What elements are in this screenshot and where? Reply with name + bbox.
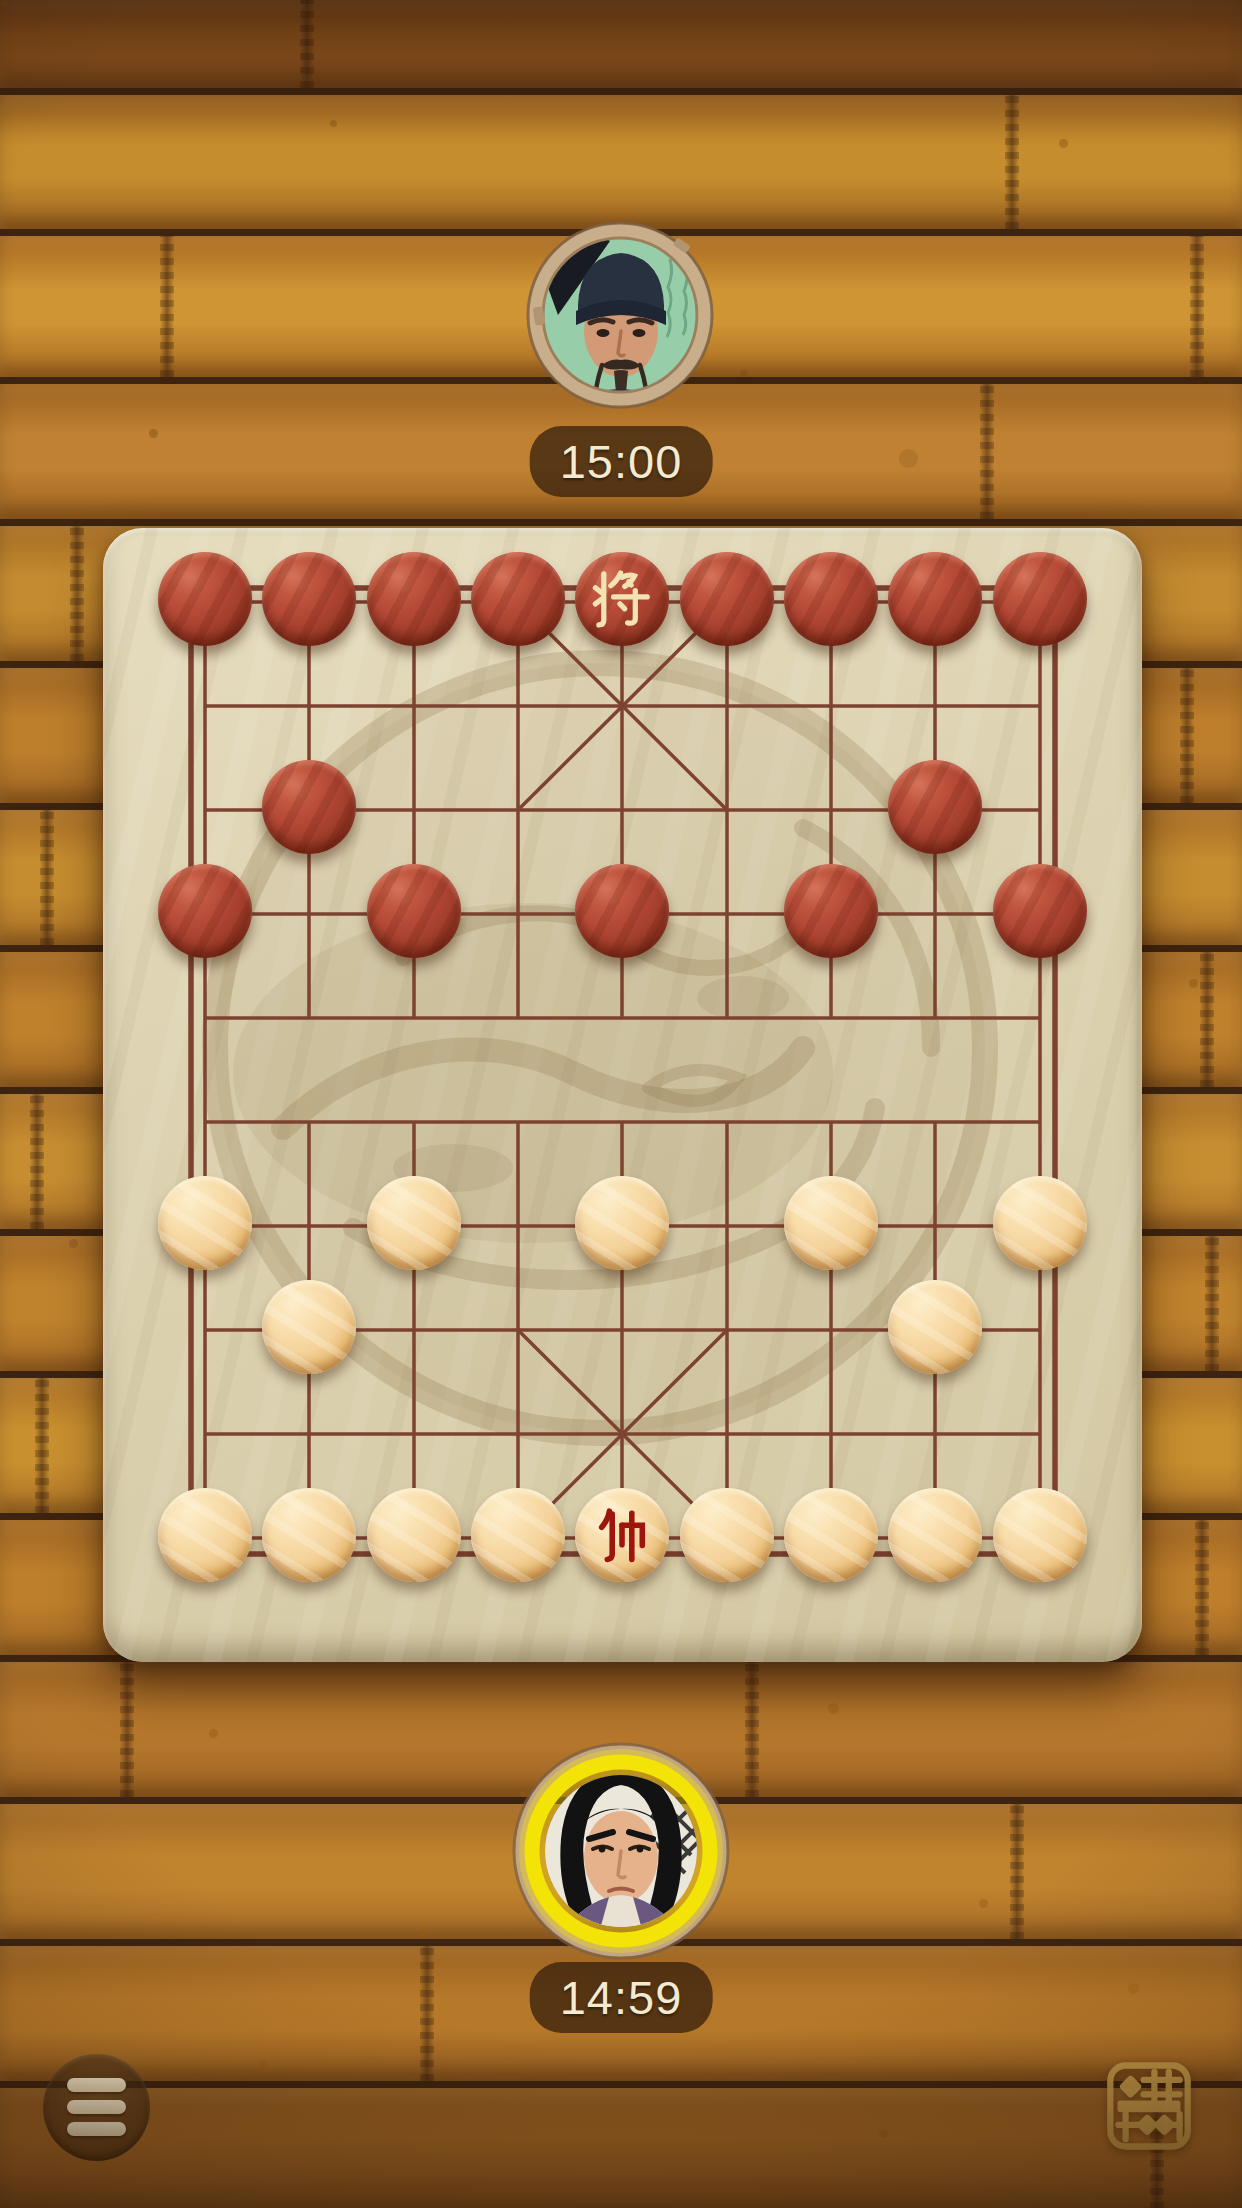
hidden-piece-red[interactable] xyxy=(158,1488,252,1582)
hidden-piece-red[interactable] xyxy=(158,1176,252,1270)
plank-seam xyxy=(160,236,174,377)
hidden-piece-red[interactable] xyxy=(262,1488,356,1582)
mini-xiangqi-board-icon xyxy=(1104,2058,1194,2154)
hidden-piece-black[interactable] xyxy=(262,760,356,854)
hidden-piece-black[interactable] xyxy=(367,864,461,958)
plank-seam xyxy=(980,384,994,519)
black-general-piece[interactable] xyxy=(575,552,669,646)
plank-seam xyxy=(40,810,54,945)
hidden-piece-black[interactable] xyxy=(575,864,669,958)
hidden-piece-red[interactable] xyxy=(471,1488,565,1582)
hidden-piece-red[interactable] xyxy=(888,1280,982,1374)
hidden-piece-black[interactable] xyxy=(158,552,252,646)
hidden-piece-black[interactable] xyxy=(680,552,774,646)
hidden-piece-black[interactable] xyxy=(993,864,1087,958)
plank-seam xyxy=(1195,1520,1209,1655)
hidden-piece-red[interactable] xyxy=(367,1488,461,1582)
hidden-piece-red[interactable] xyxy=(888,1488,982,1582)
general-glyph xyxy=(587,564,657,634)
pieces-layer xyxy=(103,528,1142,1662)
top-player-timer: 15:00 xyxy=(530,426,713,497)
hidden-piece-black[interactable] xyxy=(262,552,356,646)
plank-seam xyxy=(1190,236,1204,377)
menu-button[interactable] xyxy=(43,2054,150,2161)
hidden-piece-black[interactable] xyxy=(993,552,1087,646)
plank-seam xyxy=(1010,1804,1024,1939)
plank-seam xyxy=(70,526,84,661)
hidden-piece-red[interactable] xyxy=(784,1488,878,1582)
hidden-piece-red[interactable] xyxy=(993,1176,1087,1270)
hidden-piece-black[interactable] xyxy=(367,552,461,646)
bamboo-plank xyxy=(0,0,1242,95)
plank-seam xyxy=(1180,668,1194,803)
plank-seam xyxy=(420,1946,434,2081)
hidden-piece-red[interactable] xyxy=(784,1176,878,1270)
hidden-piece-black[interactable] xyxy=(888,552,982,646)
general-glyph xyxy=(587,1500,657,1570)
plank-seam xyxy=(1205,1236,1219,1371)
bamboo-plank xyxy=(0,2088,1242,2208)
hidden-piece-black[interactable] xyxy=(784,864,878,958)
hidden-piece-red[interactable] xyxy=(367,1176,461,1270)
hidden-piece-red[interactable] xyxy=(262,1280,356,1374)
plank-seam xyxy=(35,1378,49,1513)
plank-seam xyxy=(300,0,314,88)
hidden-piece-red[interactable] xyxy=(575,1176,669,1270)
bottom-player-timer: 14:59 xyxy=(530,1962,713,2033)
hidden-piece-black[interactable] xyxy=(784,552,878,646)
hidden-piece-black[interactable] xyxy=(888,760,982,854)
xiangqi-board[interactable] xyxy=(103,528,1142,1662)
plank-seam xyxy=(1005,95,1019,229)
bottom-player-avatar[interactable] xyxy=(509,1739,733,1963)
xiangqi-game-screen: { "game": { "name": "Xiangqi (Chinese Ch… xyxy=(0,0,1242,2208)
board-view-button[interactable] xyxy=(1104,2058,1194,2154)
hidden-piece-red[interactable] xyxy=(680,1488,774,1582)
plank-seam xyxy=(120,1662,134,1797)
plank-seam xyxy=(745,1662,759,1797)
bamboo-plank xyxy=(0,95,1242,236)
hidden-piece-black[interactable] xyxy=(471,552,565,646)
plank-seam xyxy=(30,1094,44,1229)
top-player-avatar[interactable] xyxy=(524,219,716,411)
hidden-piece-red[interactable] xyxy=(993,1488,1087,1582)
plank-seam xyxy=(1200,952,1214,1087)
hidden-piece-black[interactable] xyxy=(158,864,252,958)
red-general-piece[interactable] xyxy=(575,1488,669,1582)
